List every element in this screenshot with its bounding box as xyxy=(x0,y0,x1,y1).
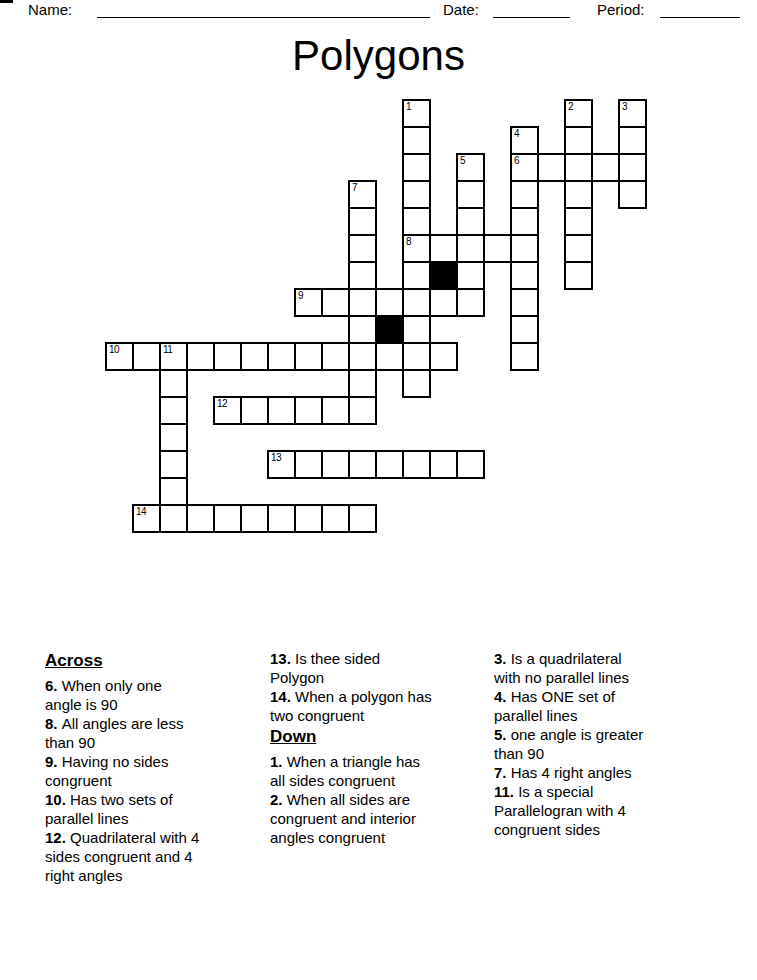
clue-down-3: 3. Is a quadrilateralwith no parallel li… xyxy=(494,649,719,687)
cell-r6-c13[interactable] xyxy=(456,261,485,290)
cell-r3-c13[interactable] xyxy=(456,180,485,209)
cell-r5-c13[interactable] xyxy=(456,234,485,263)
cell-r15-c9[interactable] xyxy=(348,504,377,533)
cell-r13-c13[interactable] xyxy=(456,450,485,479)
cell-r6-c15[interactable] xyxy=(510,261,539,290)
clue-number-label: 5. xyxy=(494,726,511,743)
cell-r9-c7[interactable] xyxy=(294,342,323,371)
clue-number-8: 8 xyxy=(406,237,411,247)
cell-r0-c19[interactable]: 3 xyxy=(618,99,647,128)
cell-r7-c8[interactable] xyxy=(321,288,350,317)
clue-number-6: 6 xyxy=(514,156,519,166)
cell-r13-c9[interactable] xyxy=(348,450,377,479)
cell-r5-c9[interactable] xyxy=(348,234,377,263)
cell-r9-c15[interactable] xyxy=(510,342,539,371)
cell-r12-c2[interactable] xyxy=(159,423,188,452)
cell-r5-c17[interactable] xyxy=(564,234,593,263)
cell-r7-c12[interactable] xyxy=(429,288,458,317)
clues-column-1: Across6. When only oneangle is 908. All … xyxy=(45,649,270,885)
cell-r11-c8[interactable] xyxy=(321,396,350,425)
clue-number-label: 7. xyxy=(494,764,511,781)
clue-number-12: 12 xyxy=(217,399,227,409)
black-cell-r8-c10 xyxy=(375,315,404,344)
cell-r3-c19[interactable] xyxy=(618,180,647,209)
clue-across-12: 12. Quadrilateral with 4sides congruent … xyxy=(45,828,270,885)
clue-across-9: 9. Having no sidescongruent xyxy=(45,752,270,790)
clues-column-2: 13. Is thee sidedPolygon14. When a polyg… xyxy=(270,649,495,847)
clue-down-4: 4. Has ONE set ofparallel lines xyxy=(494,687,719,725)
crossword-grid: 1234567891011121314 xyxy=(105,99,647,533)
clue-number-label: 13. xyxy=(270,650,295,667)
cell-r2-c11[interactable] xyxy=(402,153,431,182)
clue-across-13: 13. Is thee sidedPolygon xyxy=(270,649,495,687)
cell-r13-c8[interactable] xyxy=(321,450,350,479)
clue-across-10: 10. Has two sets ofparallel lines xyxy=(45,790,270,828)
clue-number-2: 2 xyxy=(568,102,573,112)
clue-number-13: 13 xyxy=(271,453,281,463)
cell-r9-c1[interactable] xyxy=(132,342,161,371)
cell-r4-c13[interactable] xyxy=(456,207,485,236)
clue-number-11: 11 xyxy=(163,345,172,355)
cell-r13-c7[interactable] xyxy=(294,450,323,479)
cell-r2-c16[interactable] xyxy=(537,153,566,182)
clue-number-label: 12. xyxy=(45,829,70,846)
cell-r1-c11[interactable] xyxy=(402,126,431,155)
down-heading: Down xyxy=(270,727,495,747)
cell-r5-c14[interactable] xyxy=(483,234,512,263)
cell-r15-c8[interactable] xyxy=(321,504,350,533)
clue-down-2: 2. When all sides arecongruent and inter… xyxy=(270,790,495,847)
cell-r7-c9[interactable] xyxy=(348,288,377,317)
cell-r11-c2[interactable] xyxy=(159,396,188,425)
cell-r15-c7[interactable] xyxy=(294,504,323,533)
cell-r15-c6[interactable] xyxy=(267,504,296,533)
cell-r6-c17[interactable] xyxy=(564,261,593,290)
cell-r11-c9[interactable] xyxy=(348,396,377,425)
cell-r9-c12[interactable] xyxy=(429,342,458,371)
clue-number-label: 8. xyxy=(45,715,62,732)
cell-r8-c15[interactable] xyxy=(510,315,539,344)
clue-number-label: 3. xyxy=(494,650,511,667)
cell-r14-c2[interactable] xyxy=(159,477,188,506)
clue-number-4: 4 xyxy=(514,129,519,139)
clue-number-label: 6. xyxy=(45,677,62,694)
clues-column-3: 3. Is a quadrilateralwith no parallel li… xyxy=(494,649,719,839)
cell-r4-c11[interactable] xyxy=(402,207,431,236)
cell-r9-c8[interactable] xyxy=(321,342,350,371)
clue-number-label: 10. xyxy=(45,791,70,808)
clue-down-5: 5. one angle is greaterthan 90 xyxy=(494,725,719,763)
clue-across-14: 14. When a polygon hastwo congruent xyxy=(270,687,495,725)
date-label: Date: xyxy=(443,2,479,17)
cell-r13-c6[interactable]: 13 xyxy=(267,450,296,479)
period-label: Period: xyxy=(597,2,645,17)
clue-number-label: 9. xyxy=(45,753,62,770)
cell-r4-c17[interactable] xyxy=(564,207,593,236)
clue-down-7: 7. Has 4 right angles xyxy=(494,763,719,782)
cell-r15-c3[interactable] xyxy=(186,504,215,533)
cell-r7-c7[interactable]: 9 xyxy=(294,288,323,317)
clue-down-11: 11. Is a specialParallelogran with 4cong… xyxy=(494,782,719,839)
cell-r15-c4[interactable] xyxy=(213,504,242,533)
cell-r5-c11[interactable]: 8 xyxy=(402,234,431,263)
clue-number-label: 14. xyxy=(270,688,295,705)
clue-across-8: 8. All angles are lessthan 90 xyxy=(45,714,270,752)
cell-r9-c6[interactable] xyxy=(267,342,296,371)
cell-r11-c6[interactable] xyxy=(267,396,296,425)
cell-r6-c9[interactable] xyxy=(348,261,377,290)
cell-r13-c11[interactable] xyxy=(402,450,431,479)
name-label: Name: xyxy=(28,2,72,17)
cell-r11-c4[interactable]: 12 xyxy=(213,396,242,425)
clue-number-7: 7 xyxy=(352,183,357,193)
cell-r3-c11[interactable] xyxy=(402,180,431,209)
clue-down-1: 1. When a triangle hasall sides congruen… xyxy=(270,752,495,790)
cell-r9-c11[interactable] xyxy=(402,342,431,371)
cell-r7-c11[interactable] xyxy=(402,288,431,317)
across-heading: Across xyxy=(45,651,270,671)
cell-r0-c11[interactable]: 1 xyxy=(402,99,431,128)
cell-r9-c2[interactable]: 11 xyxy=(159,342,188,371)
cell-r10-c2[interactable] xyxy=(159,369,188,398)
clue-number-14: 14 xyxy=(136,507,146,517)
cell-r2-c15[interactable]: 6 xyxy=(510,153,539,182)
clue-across-6: 6. When only oneangle is 90 xyxy=(45,676,270,714)
cell-r3-c15[interactable] xyxy=(510,180,539,209)
cell-r2-c13[interactable]: 5 xyxy=(456,153,485,182)
clue-number-label: 1. xyxy=(270,753,287,770)
cell-r2-c19[interactable] xyxy=(618,153,647,182)
cell-r2-c17[interactable] xyxy=(564,153,593,182)
name-blank-line[interactable] xyxy=(97,0,430,18)
cell-r11-c7[interactable] xyxy=(294,396,323,425)
clue-number-1: 1 xyxy=(406,102,411,112)
cell-r0-c17[interactable]: 2 xyxy=(564,99,593,128)
cell-r2-c18[interactable] xyxy=(591,153,620,182)
cell-r4-c15[interactable] xyxy=(510,207,539,236)
cell-r15-c5[interactable] xyxy=(240,504,269,533)
clue-number-9: 9 xyxy=(298,291,303,301)
cell-r9-c3[interactable] xyxy=(186,342,215,371)
cell-r1-c19[interactable] xyxy=(618,126,647,155)
cell-r11-c5[interactable] xyxy=(240,396,269,425)
cell-r10-c11[interactable] xyxy=(402,369,431,398)
cell-r10-c9[interactable] xyxy=(348,369,377,398)
cell-r8-c11[interactable] xyxy=(402,315,431,344)
cell-r7-c15[interactable] xyxy=(510,288,539,317)
clue-number-10: 10 xyxy=(109,345,119,355)
period-blank-line[interactable] xyxy=(660,0,740,18)
cell-r13-c10[interactable] xyxy=(375,450,404,479)
cell-r9-c5[interactable] xyxy=(240,342,269,371)
clue-number-3: 3 xyxy=(622,102,627,112)
cell-r7-c10[interactable] xyxy=(375,288,404,317)
black-cell-r6-c12 xyxy=(429,261,458,290)
cell-r1-c17[interactable] xyxy=(564,126,593,155)
cell-r6-c11[interactable] xyxy=(402,261,431,290)
cell-r9-c0[interactable]: 10 xyxy=(105,342,134,371)
cell-r3-c17[interactable] xyxy=(564,180,593,209)
cell-r9-c10[interactable] xyxy=(375,342,404,371)
cell-r5-c12[interactable] xyxy=(429,234,458,263)
cell-r7-c13[interactable] xyxy=(456,288,485,317)
cell-r9-c9[interactable] xyxy=(348,342,377,371)
cell-r13-c2[interactable] xyxy=(159,450,188,479)
clue-number-5: 5 xyxy=(460,156,465,166)
cell-r15-c1[interactable]: 14 xyxy=(132,504,161,533)
cell-r9-c4[interactable] xyxy=(213,342,242,371)
cell-r13-c12[interactable] xyxy=(429,450,458,479)
clue-number-label: 4. xyxy=(494,688,511,705)
date-blank-line[interactable] xyxy=(493,0,570,18)
cell-r1-c15[interactable]: 4 xyxy=(510,126,539,155)
cell-r4-c9[interactable] xyxy=(348,207,377,236)
cell-r15-c2[interactable] xyxy=(159,504,188,533)
cell-r3-c9[interactable]: 7 xyxy=(348,180,377,209)
clue-number-label: 2. xyxy=(270,791,287,808)
cell-r5-c15[interactable] xyxy=(510,234,539,263)
cell-r8-c9[interactable] xyxy=(348,315,377,344)
clue-number-label: 11. xyxy=(494,783,518,800)
page-title: Polygons xyxy=(0,33,757,79)
scan-artifact-mark xyxy=(0,0,13,3)
